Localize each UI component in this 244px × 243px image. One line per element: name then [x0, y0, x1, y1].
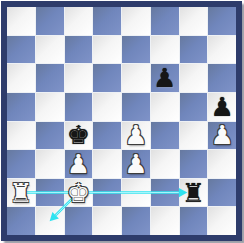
piece-white-pawn-e3[interactable]: ♟ — [122, 150, 150, 178]
piece-black-pawn-h5[interactable]: ♟ — [208, 93, 236, 121]
chess-board: ♟♟♚♟♟♟♟♜♚♜ — [1, 1, 242, 241]
piece-white-pawn-h4[interactable]: ♟ — [208, 122, 236, 150]
piece-black-rook-g2[interactable]: ♜ — [180, 179, 208, 207]
piece-black-pawn-f6[interactable]: ♟ — [151, 64, 179, 92]
piece-white-pawn-e4[interactable]: ♟ — [122, 122, 150, 150]
piece-white-pawn-c3[interactable]: ♟ — [65, 150, 93, 178]
piece-white-rook-a2[interactable]: ♜ — [7, 179, 35, 207]
piece-layer: ♟♟♚♟♟♟♟♜♚♜ — [7, 7, 236, 235]
page-background: ♟♟♚♟♟♟♟♜♚♜ — [0, 0, 244, 243]
piece-white-king-c2[interactable]: ♚ — [65, 179, 93, 207]
piece-black-king-c4[interactable]: ♚ — [65, 122, 93, 150]
